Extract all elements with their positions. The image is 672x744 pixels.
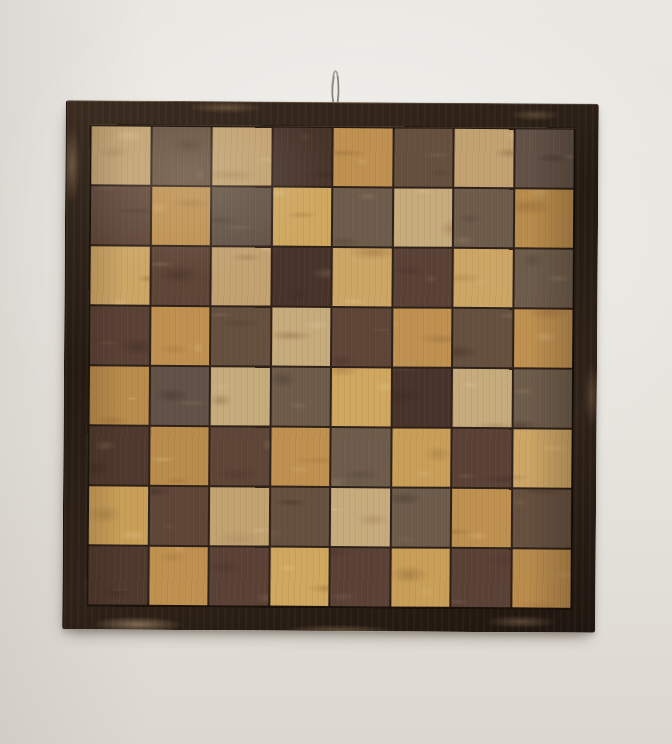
square-a4 xyxy=(90,366,149,424)
square-d4 xyxy=(271,368,330,426)
square-a7 xyxy=(91,186,150,244)
board-frame xyxy=(86,124,575,609)
square-c4 xyxy=(211,367,270,425)
square-f6 xyxy=(393,248,452,306)
square-a8 xyxy=(91,126,150,184)
square-a3 xyxy=(89,426,148,484)
square-b1 xyxy=(149,547,208,605)
square-h7 xyxy=(514,189,573,247)
square-d1 xyxy=(270,548,329,606)
square-g3 xyxy=(452,429,511,487)
square-c8 xyxy=(212,127,271,185)
square-e3 xyxy=(331,428,390,486)
square-g2 xyxy=(452,489,511,547)
square-h4 xyxy=(513,369,572,427)
square-e6 xyxy=(332,248,391,306)
square-d8 xyxy=(273,128,332,186)
square-h8 xyxy=(515,129,574,187)
square-c1 xyxy=(209,547,268,605)
square-b8 xyxy=(152,127,211,185)
square-d2 xyxy=(270,488,329,546)
square-d7 xyxy=(272,188,331,246)
square-c6 xyxy=(211,247,270,305)
board-field xyxy=(88,126,573,607)
square-a2 xyxy=(89,486,148,544)
square-c7 xyxy=(212,187,271,245)
square-g7 xyxy=(454,189,513,247)
square-a5 xyxy=(90,306,149,364)
square-e5 xyxy=(332,308,391,366)
square-c2 xyxy=(210,487,269,545)
square-a6 xyxy=(90,246,149,304)
square-h2 xyxy=(512,489,571,547)
square-b4 xyxy=(150,367,209,425)
square-e2 xyxy=(331,488,390,546)
square-f8 xyxy=(394,128,453,186)
square-b6 xyxy=(151,247,210,305)
square-d3 xyxy=(271,428,330,486)
square-f2 xyxy=(391,488,450,546)
square-b3 xyxy=(150,427,209,485)
square-g6 xyxy=(453,249,512,307)
square-c3 xyxy=(210,427,269,485)
square-h5 xyxy=(513,309,572,367)
square-e4 xyxy=(332,368,391,426)
square-f4 xyxy=(392,368,451,426)
square-e1 xyxy=(330,548,389,606)
square-f1 xyxy=(391,548,450,606)
photo-scene xyxy=(0,0,672,744)
square-f3 xyxy=(392,428,451,486)
square-f5 xyxy=(393,308,452,366)
square-g5 xyxy=(453,309,512,367)
square-h1 xyxy=(512,549,571,607)
square-b7 xyxy=(151,187,210,245)
square-g8 xyxy=(454,129,513,187)
square-g1 xyxy=(451,549,510,607)
square-g4 xyxy=(453,369,512,427)
square-c5 xyxy=(211,307,270,365)
square-d6 xyxy=(272,248,331,306)
square-b2 xyxy=(149,487,208,545)
square-e7 xyxy=(333,188,392,246)
square-b5 xyxy=(151,307,210,365)
square-d5 xyxy=(272,308,331,366)
square-h3 xyxy=(513,429,572,487)
square-a1 xyxy=(88,546,147,604)
checkerboard xyxy=(62,100,599,633)
square-e8 xyxy=(333,128,392,186)
square-h6 xyxy=(514,249,573,307)
square-f7 xyxy=(393,188,452,246)
